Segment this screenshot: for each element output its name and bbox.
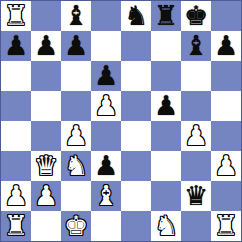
white-pawn: ♟ bbox=[4, 182, 28, 209]
square-b1[interactable] bbox=[31, 211, 61, 241]
square-f4[interactable] bbox=[151, 121, 181, 151]
square-g3[interactable] bbox=[181, 151, 211, 181]
square-a6[interactable] bbox=[1, 61, 31, 91]
square-h3[interactable]: ♟ bbox=[211, 151, 241, 181]
black-pawn: ♟ bbox=[4, 32, 28, 59]
square-b8[interactable] bbox=[31, 1, 61, 31]
black-pawn: ♟ bbox=[94, 152, 118, 179]
square-c6[interactable] bbox=[61, 61, 91, 91]
square-d6[interactable]: ♟ bbox=[91, 61, 121, 91]
square-d1[interactable] bbox=[91, 211, 121, 241]
square-f7[interactable] bbox=[151, 31, 181, 61]
square-f2[interactable] bbox=[151, 181, 181, 211]
black-bishop: ♝ bbox=[64, 2, 88, 29]
square-c3[interactable]: ♞ bbox=[61, 151, 91, 181]
square-d4[interactable] bbox=[91, 121, 121, 151]
square-a8[interactable]: ♜ bbox=[1, 1, 31, 31]
square-e4[interactable] bbox=[121, 121, 151, 151]
square-b6[interactable] bbox=[31, 61, 61, 91]
white-pawn: ♟ bbox=[64, 122, 88, 149]
square-h8[interactable] bbox=[211, 1, 241, 31]
square-a7[interactable]: ♟ bbox=[1, 31, 31, 61]
square-f1[interactable]: ♞ bbox=[151, 211, 181, 241]
square-g4[interactable]: ♟ bbox=[181, 121, 211, 151]
white-knight: ♞ bbox=[154, 212, 178, 239]
square-a5[interactable] bbox=[1, 91, 31, 121]
chess-board: ♜♝♞♜♚♟♟♟♝♟♟♟♟♟♟♛♞♟♟♟♟♝♛♜♚♞♜ bbox=[1, 1, 241, 241]
square-f5[interactable]: ♟ bbox=[151, 91, 181, 121]
square-c5[interactable] bbox=[61, 91, 91, 121]
square-a4[interactable] bbox=[1, 121, 31, 151]
chess-board-frame: ♜♝♞♜♚♟♟♟♝♟♟♟♟♟♟♛♞♟♟♟♟♝♛♜♚♞♜ bbox=[0, 0, 242, 242]
square-d3[interactable]: ♟ bbox=[91, 151, 121, 181]
black-knight: ♞ bbox=[124, 2, 148, 29]
square-g7[interactable]: ♝ bbox=[181, 31, 211, 61]
white-pawn: ♟ bbox=[34, 182, 58, 209]
square-g6[interactable] bbox=[181, 61, 211, 91]
square-b3[interactable]: ♛ bbox=[31, 151, 61, 181]
square-g5[interactable] bbox=[181, 91, 211, 121]
square-e2[interactable] bbox=[121, 181, 151, 211]
square-b5[interactable] bbox=[31, 91, 61, 121]
square-d5[interactable]: ♟ bbox=[91, 91, 121, 121]
square-h4[interactable] bbox=[211, 121, 241, 151]
white-rook: ♜ bbox=[214, 212, 238, 239]
square-c8[interactable]: ♝ bbox=[61, 1, 91, 31]
square-h7[interactable]: ♟ bbox=[211, 31, 241, 61]
white-bishop: ♝ bbox=[94, 182, 118, 209]
square-d7[interactable] bbox=[91, 31, 121, 61]
square-g1[interactable] bbox=[181, 211, 211, 241]
square-d2[interactable]: ♝ bbox=[91, 181, 121, 211]
white-pawn: ♟ bbox=[184, 122, 208, 149]
square-e3[interactable] bbox=[121, 151, 151, 181]
black-pawn: ♟ bbox=[94, 62, 118, 89]
square-c7[interactable]: ♟ bbox=[61, 31, 91, 61]
white-knight: ♞ bbox=[64, 152, 88, 179]
square-c2[interactable] bbox=[61, 181, 91, 211]
square-b4[interactable] bbox=[31, 121, 61, 151]
square-a3[interactable] bbox=[1, 151, 31, 181]
square-f8[interactable]: ♜ bbox=[151, 1, 181, 31]
square-g8[interactable]: ♚ bbox=[181, 1, 211, 31]
black-king: ♚ bbox=[184, 2, 208, 29]
white-pawn: ♟ bbox=[214, 152, 238, 179]
square-b2[interactable]: ♟ bbox=[31, 181, 61, 211]
white-rook: ♜ bbox=[4, 212, 28, 239]
square-h2[interactable] bbox=[211, 181, 241, 211]
black-rook: ♜ bbox=[154, 2, 178, 29]
square-h5[interactable] bbox=[211, 91, 241, 121]
square-f3[interactable] bbox=[151, 151, 181, 181]
square-h1[interactable]: ♜ bbox=[211, 211, 241, 241]
square-c1[interactable]: ♚ bbox=[61, 211, 91, 241]
square-e1[interactable] bbox=[121, 211, 151, 241]
white-queen: ♛ bbox=[34, 152, 58, 179]
white-rook: ♜ bbox=[4, 2, 28, 29]
square-e7[interactable] bbox=[121, 31, 151, 61]
square-e8[interactable]: ♞ bbox=[121, 1, 151, 31]
black-pawn: ♟ bbox=[64, 32, 88, 59]
black-queen: ♛ bbox=[184, 182, 208, 209]
square-e5[interactable] bbox=[121, 91, 151, 121]
black-pawn: ♟ bbox=[214, 32, 238, 59]
square-a1[interactable]: ♜ bbox=[1, 211, 31, 241]
white-pawn: ♟ bbox=[94, 92, 118, 119]
black-pawn: ♟ bbox=[34, 32, 58, 59]
square-a2[interactable]: ♟ bbox=[1, 181, 31, 211]
square-e6[interactable] bbox=[121, 61, 151, 91]
square-g2[interactable]: ♛ bbox=[181, 181, 211, 211]
square-d8[interactable] bbox=[91, 1, 121, 31]
white-king: ♚ bbox=[64, 212, 88, 239]
black-bishop: ♝ bbox=[184, 32, 208, 59]
black-pawn: ♟ bbox=[154, 92, 178, 119]
square-f6[interactable] bbox=[151, 61, 181, 91]
square-c4[interactable]: ♟ bbox=[61, 121, 91, 151]
square-b7[interactable]: ♟ bbox=[31, 31, 61, 61]
square-h6[interactable] bbox=[211, 61, 241, 91]
